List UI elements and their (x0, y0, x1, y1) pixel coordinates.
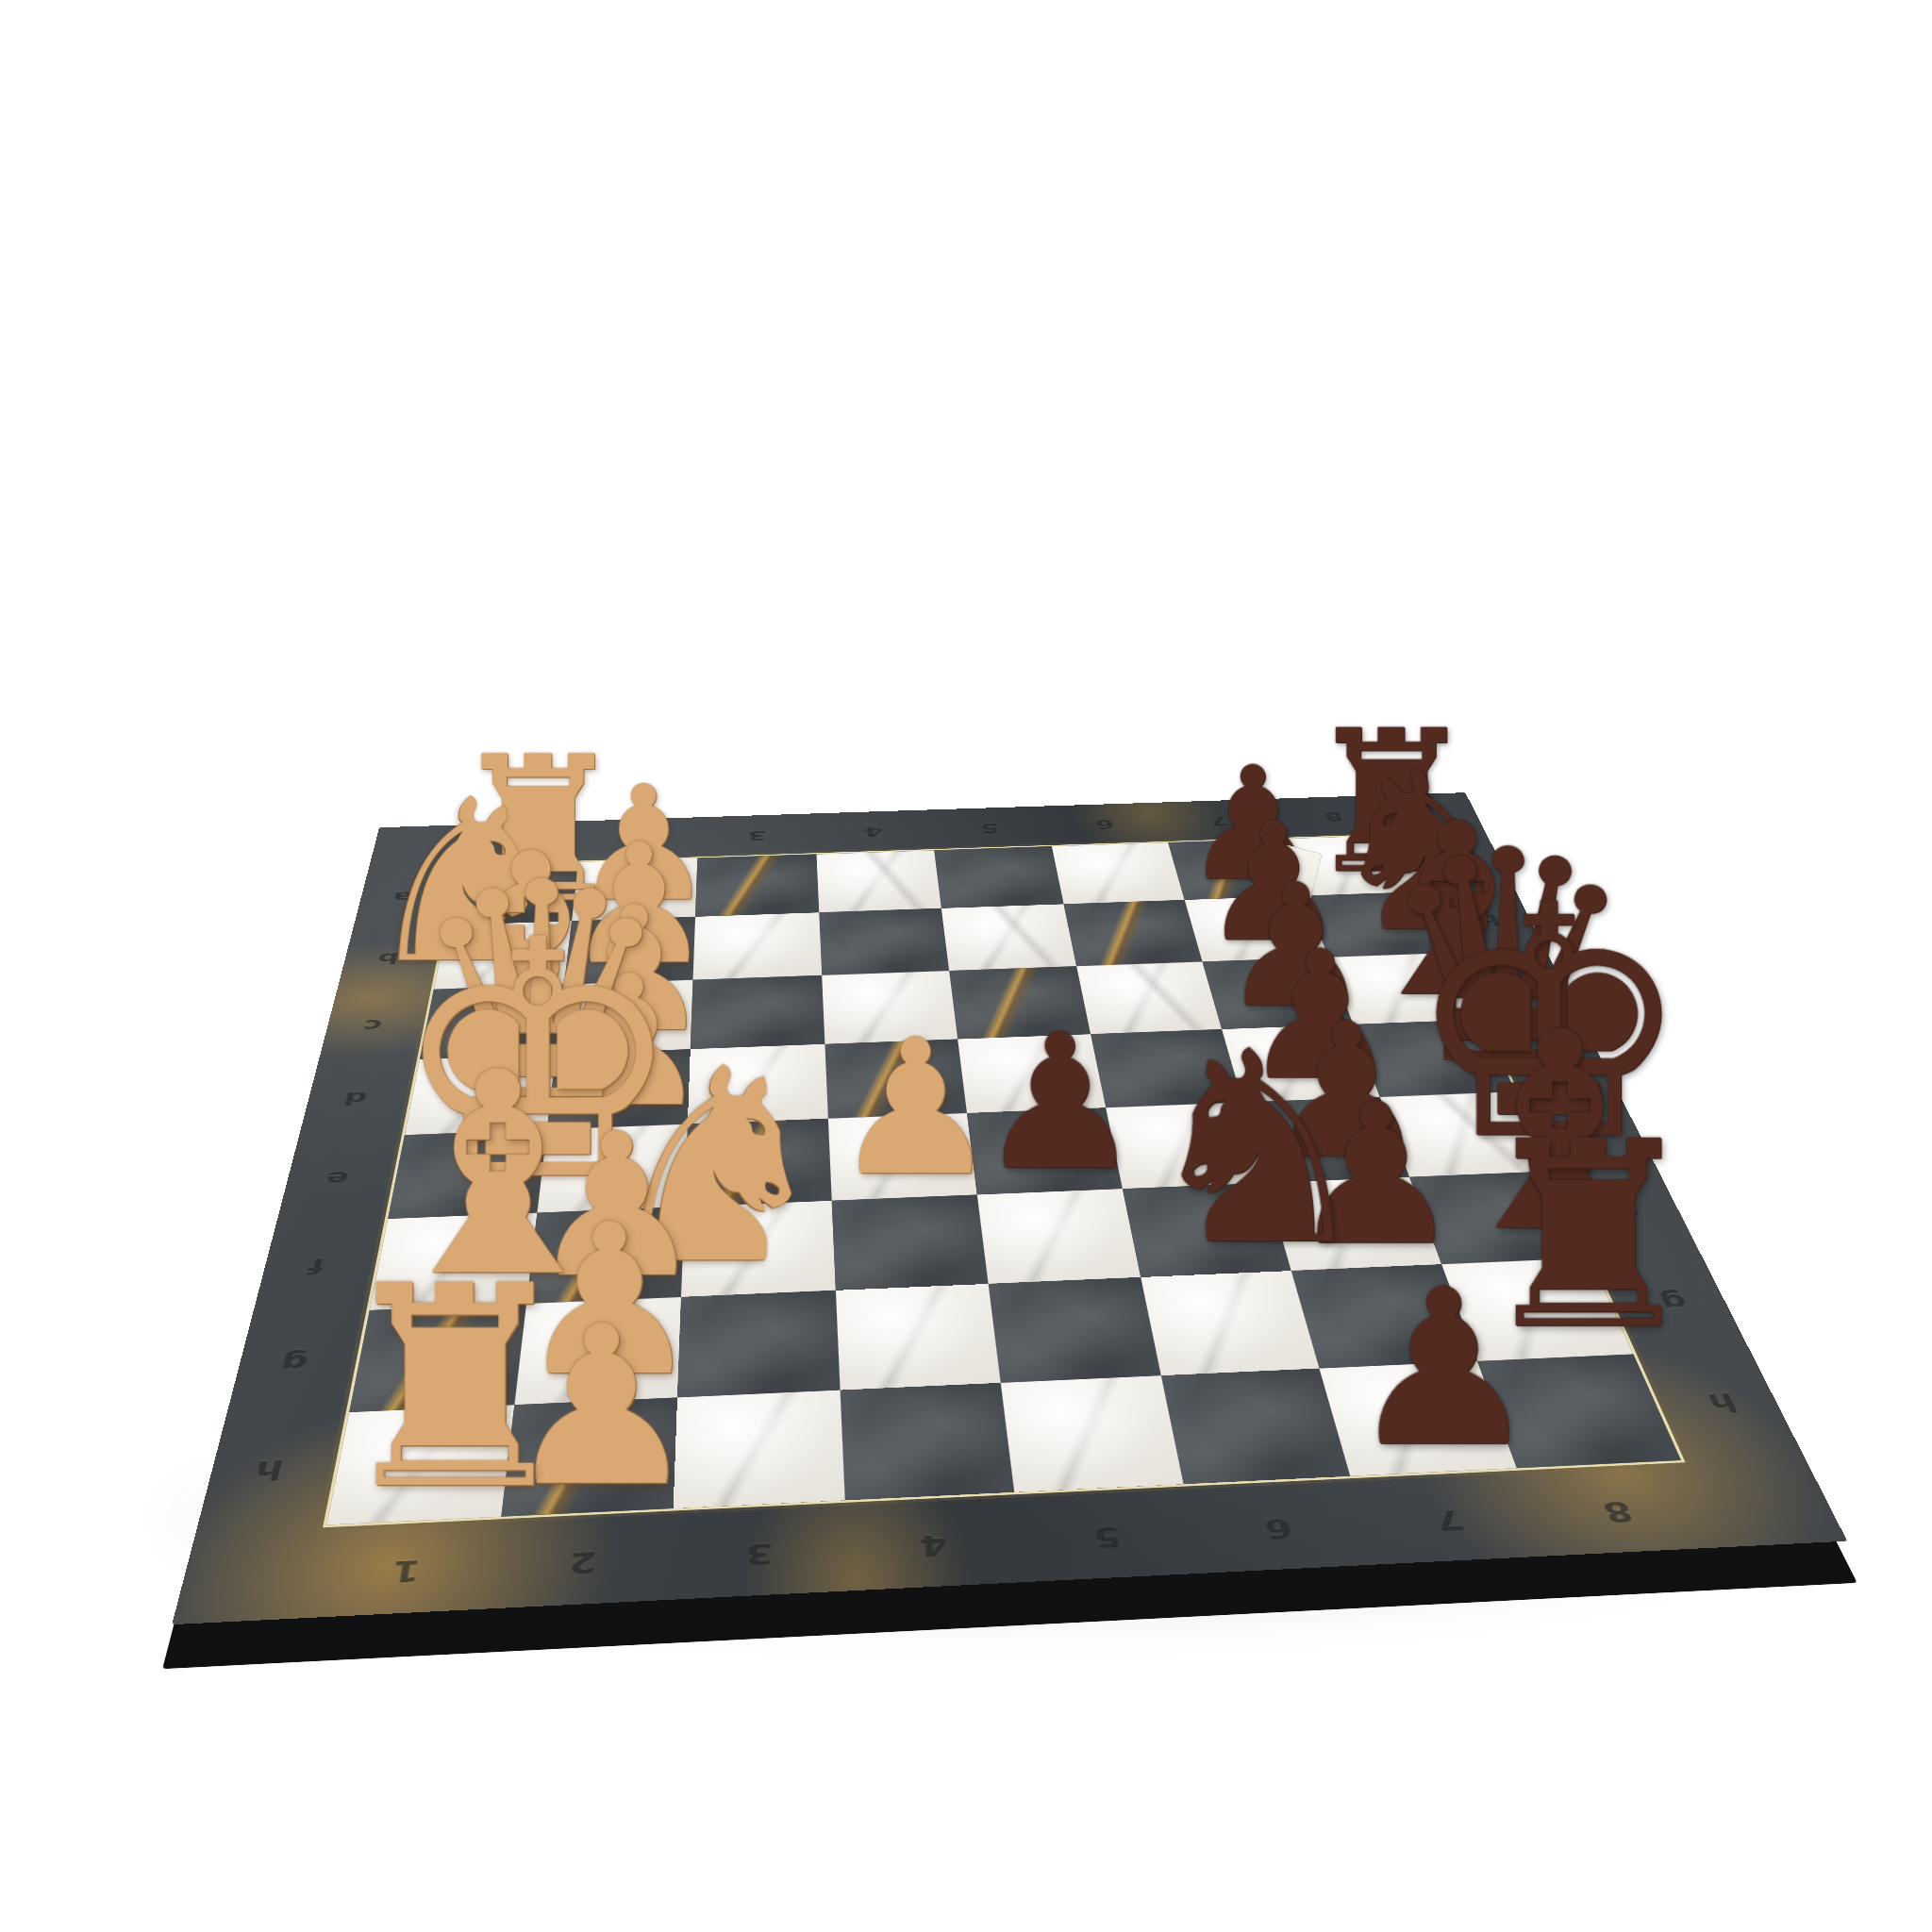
file-label-left-e: e (323, 1167, 351, 1191)
file-label-right-a: a (1447, 853, 1473, 869)
square-h8 (1476, 1354, 1681, 1468)
square-g1 (349, 1304, 525, 1412)
square-c1: ♝ (420, 985, 564, 1059)
square-b3 (693, 912, 822, 980)
square-d5 (958, 1034, 1106, 1113)
square-b6 (1063, 900, 1202, 967)
square-c5 (949, 966, 1090, 1039)
file-label-right-g: g (1655, 1289, 1692, 1316)
square-d7: ♟ (1222, 1024, 1379, 1103)
square-d2: ♟ (546, 1049, 690, 1130)
file-label-left-a: a (391, 889, 413, 906)
square-g3 (677, 1291, 840, 1397)
file-label-right-h: h (1702, 1388, 1741, 1418)
rank-label-far-1: 1 (511, 836, 533, 852)
square-d4 (824, 1039, 967, 1118)
square-h2: ♟ (501, 1397, 677, 1517)
piece-white-pawn-e4: ♟ (831, 1020, 976, 1198)
rank-label-near-4: 4 (919, 1528, 950, 1562)
square-d8: ♛ (1353, 1019, 1515, 1096)
board-surface: ♜♟♟♜♞♟♟♞♝♟♟♝♛♟♟♛♚♟♟♟♚♝♟♞♞♟♝♟♜♜♟♟ aabbccd… (172, 792, 1847, 1624)
chess-board-3d: ♜♟♟♜♞♟♟♞♝♟♟♝♛♟♟♛♚♟♟♟♚♝♟♞♞♟♝♟♜♜♟♟ aabbccd… (172, 792, 1847, 1624)
square-a3 (695, 854, 819, 916)
square-e4: ♟ (827, 1113, 976, 1201)
rank-label-far-6: 6 (1094, 817, 1116, 832)
file-label-right-b: b (1474, 911, 1503, 928)
rank-label-far-4: 4 (863, 824, 883, 839)
square-b8: ♞ (1306, 891, 1453, 958)
square-e1: ♚ (388, 1129, 546, 1218)
file-label-left-g: g (277, 1349, 310, 1378)
piece-white-rook-a1: ♜ (448, 735, 572, 925)
square-h5 (1001, 1375, 1183, 1492)
square-f8: ♝ (1408, 1171, 1590, 1264)
file-label-right-f: f (1617, 1199, 1642, 1224)
square-g8: ♜ (1441, 1257, 1634, 1360)
board-coordinates: aabbccddeeffgghh1122334455667788 (379, 792, 1465, 827)
square-a4 (816, 850, 941, 912)
rank-label-near-2: 2 (568, 1544, 599, 1579)
square-e6 (1106, 1103, 1266, 1189)
square-h1: ♜ (326, 1405, 513, 1525)
rank-label-far-8: 8 (1322, 809, 1346, 824)
rank-label-far-3: 3 (747, 827, 766, 842)
square-h3 (674, 1390, 844, 1508)
photo-stage: ♜♟♟♜♞♟♟♞♝♟♟♝♛♟♟♛♚♟♟♟♚♝♟♞♞♟♝♟♜♜♟♟ aabbccd… (0, 0, 1932, 1932)
square-d3 (688, 1044, 828, 1124)
square-b2: ♟ (564, 917, 695, 985)
square-g2: ♟ (514, 1297, 681, 1405)
file-label-left-d: d (341, 1088, 370, 1109)
square-c8: ♝ (1328, 953, 1483, 1024)
square-c4 (822, 971, 958, 1043)
square-a5 (934, 846, 1063, 908)
square-c6 (1076, 961, 1222, 1034)
rank-label-far-5: 5 (979, 821, 1000, 836)
file-label-right-e: e (1574, 1117, 1606, 1140)
rank-label-near-1: 1 (389, 1554, 423, 1589)
square-b1: ♞ (434, 921, 572, 990)
square-f3: ♞ (681, 1201, 835, 1297)
square-g4 (835, 1284, 1000, 1390)
square-e2 (537, 1124, 688, 1213)
square-a6 (1052, 842, 1185, 904)
square-h4 (840, 1383, 1014, 1501)
rank-label-near-5: 5 (1091, 1520, 1124, 1554)
square-e3 (685, 1119, 832, 1207)
rank-label-near-3: 3 (745, 1537, 774, 1572)
rank-label-near-6: 6 (1261, 1511, 1297, 1545)
square-c3 (691, 975, 824, 1049)
file-label-left-c: c (361, 1016, 384, 1036)
rank-label-near-7: 7 (1430, 1503, 1468, 1537)
square-c2: ♟ (556, 980, 693, 1054)
square-a1: ♜ (446, 862, 578, 925)
square-e8: ♚ (1379, 1091, 1551, 1176)
rank-label-far-2: 2 (629, 831, 649, 846)
square-f4 (831, 1194, 988, 1291)
file-label-left-b: b (375, 949, 401, 967)
square-g5 (989, 1277, 1161, 1383)
square-b7: ♟ (1185, 895, 1328, 961)
file-label-left-f: f (306, 1254, 326, 1279)
square-f6: ♞ (1122, 1183, 1291, 1277)
rank-label-far-7: 7 (1208, 813, 1232, 828)
square-a2: ♟ (572, 858, 698, 922)
square-h6 (1160, 1368, 1350, 1484)
square-e5: ♟ (967, 1108, 1122, 1194)
square-b5 (941, 904, 1076, 971)
file-label-left-h: h (251, 1455, 286, 1487)
square-f1: ♝ (370, 1212, 537, 1310)
square-f2: ♟ (525, 1207, 684, 1304)
rank-label-near-8: 8 (1598, 1495, 1639, 1528)
piece-black-rook-a8: ♜ (1303, 708, 1424, 895)
file-label-right-d: d (1538, 1042, 1569, 1063)
square-f5 (977, 1189, 1141, 1284)
square-b4 (819, 908, 949, 975)
square-c7: ♟ (1203, 958, 1353, 1029)
file-label-right-c: c (1507, 974, 1533, 993)
square-d6 (1091, 1029, 1243, 1108)
board-playing-area: ♜♟♟♜♞♟♟♞♝♟♟♝♛♟♟♛♚♟♟♟♚♝♟♞♞♟♝♟♜♜♟♟ (326, 835, 1681, 1525)
square-g6 (1141, 1271, 1320, 1375)
square-d1: ♛ (405, 1054, 556, 1135)
